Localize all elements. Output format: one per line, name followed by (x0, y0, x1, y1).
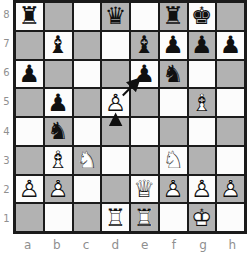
piece-wB-g5: ♝♗ (188, 88, 217, 117)
white-P-glyph: ♙ (188, 175, 217, 204)
rank-label-5: 5 (0, 88, 13, 117)
piece-bN-b4: ♞ (44, 117, 73, 146)
square-c4 (73, 117, 102, 146)
square-h6 (216, 60, 245, 89)
piece-wP-h2: ♟♙ (216, 175, 245, 204)
white-B-glyph: ♗ (188, 88, 217, 117)
rank-label-7: 7 (0, 29, 13, 58)
square-d8: ♛ (101, 2, 130, 31)
square-a1 (15, 203, 44, 232)
white-K-glyph: ♔ (188, 203, 217, 232)
square-a5 (15, 88, 44, 117)
square-h2: ♟♙ (216, 175, 245, 204)
square-c3: ♞♘ (73, 146, 102, 175)
rank-label-8: 8 (0, 0, 13, 29)
square-a8: ♜ (15, 2, 44, 31)
square-b7: ♝ (44, 31, 73, 60)
square-b2: ♟♙ (44, 175, 73, 204)
square-d5: ♟♙ (101, 88, 130, 117)
square-f3: ♞♘ (159, 146, 188, 175)
piece-wB-b3: ♝♗ (44, 146, 73, 175)
black-B-glyph: ♝ (130, 31, 159, 60)
file-label-b: b (42, 235, 71, 254)
piece-wR-d1: ♜♖ (101, 203, 130, 232)
square-f6: ♞ (159, 60, 188, 89)
square-c5 (73, 88, 102, 117)
square-h7: ♟ (216, 31, 245, 60)
file-labels: abcdefgh (13, 235, 247, 254)
piece-bR-a8: ♜ (15, 2, 44, 31)
square-c1 (73, 203, 102, 232)
white-Q-glyph: ♕ (130, 175, 159, 204)
square-f1 (159, 203, 188, 232)
square-e1: ♜♖ (130, 203, 159, 232)
file-label-f: f (159, 235, 188, 254)
square-b1 (44, 203, 73, 232)
square-h1 (216, 203, 245, 232)
square-a3 (15, 146, 44, 175)
square-f4 (159, 117, 188, 146)
square-d3 (101, 146, 130, 175)
file-label-d: d (101, 235, 130, 254)
black-N-glyph: ♞ (44, 117, 73, 146)
square-g7: ♟ (188, 31, 217, 60)
piece-wP-b2: ♟♙ (44, 175, 73, 204)
square-h8 (216, 2, 245, 31)
square-b5: ♟ (44, 88, 73, 117)
white-N-glyph: ♘ (159, 146, 188, 175)
square-c2 (73, 175, 102, 204)
piece-bN-f6: ♞ (159, 60, 188, 89)
chess-board: ♜♛♜♚♝♝♟♟♟♟♟♞♟♟♙♝♗♞♝♗♞♘♞♘♟♙♟♙♛♕♟♙♟♙♟♙♜♖♜♖… (13, 0, 247, 234)
piece-wK-g1: ♚♔ (188, 203, 217, 232)
rank-label-4: 4 (0, 117, 13, 146)
square-g5: ♝♗ (188, 88, 217, 117)
black-K-glyph: ♚ (188, 2, 217, 31)
square-g6 (188, 60, 217, 89)
piece-bQ-d8: ♛ (101, 2, 130, 31)
white-R-glyph: ♖ (130, 203, 159, 232)
file-label-e: e (130, 235, 159, 254)
piece-wN-c3: ♞♘ (73, 146, 102, 175)
square-b4: ♞ (44, 117, 73, 146)
piece-bP-a6: ♟ (15, 60, 44, 89)
white-P-glyph: ♙ (101, 88, 130, 117)
white-P-glyph: ♙ (44, 175, 73, 204)
file-label-g: g (189, 235, 218, 254)
square-h4 (216, 117, 245, 146)
piece-bP-f7: ♟ (159, 31, 188, 60)
black-R-glyph: ♜ (15, 2, 44, 31)
square-d4 (101, 117, 130, 146)
black-P-glyph: ♟ (15, 60, 44, 89)
piece-wN-f3: ♞♘ (159, 146, 188, 175)
piece-bR-f8: ♜ (159, 2, 188, 31)
rank-label-6: 6 (0, 59, 13, 88)
piece-bK-g8: ♚ (188, 2, 217, 31)
square-e2: ♛♕ (130, 175, 159, 204)
square-g3 (188, 146, 217, 175)
board-wrap: ♜♛♜♚♝♝♟♟♟♟♟♞♟♟♙♝♗♞♝♗♞♘♞♘♟♙♟♙♛♕♟♙♟♙♟♙♜♖♜♖… (13, 0, 247, 234)
piece-bP-g7: ♟ (188, 31, 217, 60)
white-R-glyph: ♖ (101, 203, 130, 232)
square-f5 (159, 88, 188, 117)
square-a6: ♟ (15, 60, 44, 89)
square-d2 (101, 175, 130, 204)
square-e7: ♝ (130, 31, 159, 60)
piece-bP-h7: ♟ (216, 31, 245, 60)
file-label-c: c (72, 235, 101, 254)
black-P-glyph: ♟ (44, 88, 73, 117)
piece-wR-e1: ♜♖ (130, 203, 159, 232)
square-e4 (130, 117, 159, 146)
square-b6 (44, 60, 73, 89)
square-d6 (101, 60, 130, 89)
chess-diagram: 87654321 ♜♛♜♚♝♝♟♟♟♟♟♞♟♟♙♝♗♞♝♗♞♘♞♘♟♙♟♙♛♕♟… (0, 0, 248, 255)
piece-wQ-e2: ♛♕ (130, 175, 159, 204)
square-d7 (101, 31, 130, 60)
file-label-h: h (218, 235, 247, 254)
black-Q-glyph: ♛ (101, 2, 130, 31)
black-N-glyph: ♞ (159, 60, 188, 89)
white-P-glyph: ♙ (159, 175, 188, 204)
piece-wP-d5: ♟♙ (101, 88, 130, 117)
square-f7: ♟ (159, 31, 188, 60)
rank-labels: 87654321 (0, 0, 13, 234)
file-label-a: a (13, 235, 42, 254)
black-R-glyph: ♜ (159, 2, 188, 31)
square-g1: ♚♔ (188, 203, 217, 232)
white-P-glyph: ♙ (15, 175, 44, 204)
square-a4 (15, 117, 44, 146)
black-P-glyph: ♟ (159, 31, 188, 60)
piece-bB-e7: ♝ (130, 31, 159, 60)
square-f2: ♟♙ (159, 175, 188, 204)
black-B-glyph: ♝ (44, 31, 73, 60)
square-g8: ♚ (188, 2, 217, 31)
rank-label-2: 2 (0, 176, 13, 205)
piece-bP-b5: ♟ (44, 88, 73, 117)
piece-wP-a2: ♟♙ (15, 175, 44, 204)
piece-bP-e6: ♟ (130, 60, 159, 89)
rank-label-3: 3 (0, 146, 13, 175)
square-c7 (73, 31, 102, 60)
square-e5 (130, 88, 159, 117)
black-P-glyph: ♟ (188, 31, 217, 60)
white-N-glyph: ♘ (73, 146, 102, 175)
black-P-glyph: ♟ (130, 60, 159, 89)
square-a2: ♟♙ (15, 175, 44, 204)
piece-bB-b7: ♝ (44, 31, 73, 60)
square-g4 (188, 117, 217, 146)
square-b3: ♝♗ (44, 146, 73, 175)
square-f8: ♜ (159, 2, 188, 31)
white-B-glyph: ♗ (44, 146, 73, 175)
square-c8 (73, 2, 102, 31)
square-g2: ♟♙ (188, 175, 217, 204)
square-h5 (216, 88, 245, 117)
black-P-glyph: ♟ (216, 31, 245, 60)
square-d1: ♜♖ (101, 203, 130, 232)
square-b8 (44, 2, 73, 31)
square-e3 (130, 146, 159, 175)
square-c6 (73, 60, 102, 89)
piece-wP-f2: ♟♙ (159, 175, 188, 204)
square-e8 (130, 2, 159, 31)
rank-label-1: 1 (0, 205, 13, 234)
square-h3 (216, 146, 245, 175)
square-a7 (15, 31, 44, 60)
square-e6: ♟ (130, 60, 159, 89)
white-P-glyph: ♙ (216, 175, 245, 204)
piece-wP-g2: ♟♙ (188, 175, 217, 204)
